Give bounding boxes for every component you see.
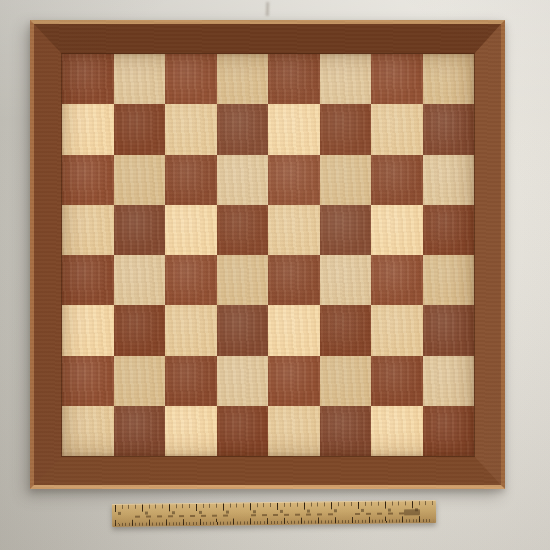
ruler-printed-text	[251, 513, 338, 516]
square-r4c3[interactable]	[165, 205, 217, 255]
square-r3c7[interactable]	[371, 155, 423, 205]
square-r8c5[interactable]	[268, 406, 320, 456]
square-r6c5[interactable]	[268, 305, 320, 355]
board-squares	[62, 54, 474, 456]
board-frame-outer-edge	[30, 20, 505, 489]
square-r2c5[interactable]	[268, 104, 320, 154]
square-r8c3[interactable]	[165, 406, 217, 456]
ruler	[112, 500, 436, 527]
square-r3c8[interactable]	[423, 155, 475, 205]
square-r8c2[interactable]	[114, 406, 166, 456]
square-r5c7[interactable]	[371, 255, 423, 305]
square-r1c4[interactable]	[217, 54, 269, 104]
ruler-stamp	[404, 509, 420, 515]
square-r2c4[interactable]	[217, 104, 269, 154]
square-r3c1[interactable]	[62, 155, 114, 205]
square-r8c4[interactable]	[217, 406, 269, 456]
square-r6c2[interactable]	[114, 305, 166, 355]
square-r2c3[interactable]	[165, 104, 217, 154]
square-r1c3[interactable]	[165, 54, 217, 104]
square-r7c4[interactable]	[217, 356, 269, 406]
chessboard	[30, 20, 505, 489]
square-r7c1[interactable]	[62, 356, 114, 406]
square-r7c6[interactable]	[320, 356, 372, 406]
ruler-printed-text	[355, 512, 404, 515]
square-r4c7[interactable]	[371, 205, 423, 255]
square-r1c6[interactable]	[320, 54, 372, 104]
square-r6c6[interactable]	[320, 305, 372, 355]
square-r6c4[interactable]	[217, 305, 269, 355]
board-frame	[34, 24, 501, 485]
square-r8c7[interactable]	[371, 406, 423, 456]
square-r1c5[interactable]	[268, 54, 320, 104]
square-r5c4[interactable]	[217, 255, 269, 305]
square-r6c3[interactable]	[165, 305, 217, 355]
square-r5c3[interactable]	[165, 255, 217, 305]
square-r7c3[interactable]	[165, 356, 217, 406]
square-r5c5[interactable]	[268, 255, 320, 305]
ruler-printed-text	[135, 515, 232, 518]
square-r1c7[interactable]	[371, 54, 423, 104]
square-r3c3[interactable]	[165, 155, 217, 205]
square-r3c6[interactable]	[320, 155, 372, 205]
square-r7c5[interactable]	[268, 356, 320, 406]
square-r1c2[interactable]	[114, 54, 166, 104]
square-r2c1[interactable]	[62, 104, 114, 154]
square-r6c8[interactable]	[423, 305, 475, 355]
square-r4c2[interactable]	[114, 205, 166, 255]
square-r4c1[interactable]	[62, 205, 114, 255]
square-r4c5[interactable]	[268, 205, 320, 255]
square-r5c6[interactable]	[320, 255, 372, 305]
square-r1c8[interactable]	[423, 54, 475, 104]
square-r4c6[interactable]	[320, 205, 372, 255]
square-r5c1[interactable]	[62, 255, 114, 305]
square-r2c2[interactable]	[114, 104, 166, 154]
square-r6c7[interactable]	[371, 305, 423, 355]
square-r2c8[interactable]	[423, 104, 475, 154]
square-r7c2[interactable]	[114, 356, 166, 406]
square-r5c8[interactable]	[423, 255, 475, 305]
square-r8c1[interactable]	[62, 406, 114, 456]
square-r7c7[interactable]	[371, 356, 423, 406]
square-r3c5[interactable]	[268, 155, 320, 205]
square-r5c2[interactable]	[114, 255, 166, 305]
square-r3c2[interactable]	[114, 155, 166, 205]
square-r6c1[interactable]	[62, 305, 114, 355]
square-r8c6[interactable]	[320, 406, 372, 456]
photo-scene	[0, 0, 550, 550]
square-r4c4[interactable]	[217, 205, 269, 255]
square-r3c4[interactable]	[217, 155, 269, 205]
square-r2c6[interactable]	[320, 104, 372, 154]
wall-smudge	[266, 2, 269, 16]
square-r8c8[interactable]	[423, 406, 475, 456]
square-r1c1[interactable]	[62, 54, 114, 104]
square-r7c8[interactable]	[423, 356, 475, 406]
square-r2c7[interactable]	[371, 104, 423, 154]
square-r4c8[interactable]	[423, 205, 475, 255]
